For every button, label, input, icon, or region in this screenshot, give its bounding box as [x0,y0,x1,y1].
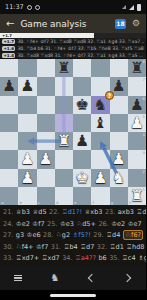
battery-icon [137,4,141,11]
notification-icon-2 [35,5,40,10]
move[interactable]: ♖hd8 [126,243,144,251]
move[interactable]: ♘d5+ [76,220,96,228]
move[interactable]: ♖d7 [80,243,94,251]
square-f1[interactable] [91,187,109,205]
move[interactable]: ♔e2 [16,220,30,228]
square-h8[interactable] [128,59,146,77]
square-d6[interactable] [55,96,73,114]
square-f8[interactable] [91,59,109,77]
move-number: 30. [3,243,13,251]
page-title: Game analysis [20,19,109,29]
square-h5[interactable] [128,114,146,132]
move[interactable]: ♖xd7+ [16,254,39,262]
square-c4[interactable] [37,132,55,150]
square-g1[interactable] [110,187,128,205]
square-c2[interactable] [37,169,55,187]
square-d1[interactable] [55,187,73,205]
square-a4[interactable] [0,132,18,150]
square-b7[interactable] [18,77,36,95]
next-move-button[interactable] [110,266,147,290]
evaluation-bar-white [0,33,94,38]
move[interactable]: ♔e6 [27,231,41,239]
move[interactable]: ♖d8 [136,208,146,216]
move-list: 21.♕b3♕d522.♖d1?!♕xb323.axb3♖d824.♔e2♔f7… [0,205,146,266]
square-b1[interactable] [18,187,36,205]
square-d4[interactable] [55,132,73,150]
square-c6[interactable] [37,96,55,114]
move-list-row: 27.g3♔e628.♘g2♗f5?!29.♖d4♘f6? [3,230,143,242]
move[interactable]: ♘f4+ [16,243,34,251]
square-f2[interactable] [91,169,109,187]
move[interactable]: ♗f5?! [73,231,91,239]
engine-line-2[interactable]: +1.6 30. ♖b4 b6 31. ♘f4+ ♔f7 32. ♖b5 ♖he… [0,45,146,52]
move[interactable]: ♔f7 [32,220,44,228]
gesture-area [0,290,146,300]
move[interactable]: ♕d5 [32,208,46,216]
square-a6[interactable] [0,96,18,114]
square-g2[interactable] [110,169,128,187]
move-number: 35. [109,254,119,262]
square-a7[interactable] [0,77,18,95]
board-menu-button[interactable]: ♞ [37,266,74,290]
engine-eval-badge: +1.4 [2,53,15,58]
move-number: 31. [51,243,61,251]
square-f5[interactable] [91,114,109,132]
menu-button[interactable] [0,266,37,290]
hamburger-icon [14,275,22,282]
app: 11:37 ← Game analysis 18 ⚙ +1.7 +1.7 30.… [0,0,146,300]
mistake-badge: ? [105,91,114,100]
notification-icon-1 [27,5,32,10]
move-number: 32. [97,243,107,251]
evaluation-bar: +1.7 [0,33,146,38]
move-number: 23. [105,208,115,216]
square-c5[interactable] [37,114,55,132]
move[interactable]: axb3 [118,208,134,216]
square-h3[interactable] [128,150,146,168]
square-b5[interactable] [18,114,36,132]
square-h4[interactable] [128,132,146,150]
square-e2[interactable] [73,169,91,187]
square-b2[interactable] [18,169,36,187]
square-d5[interactable] [55,114,73,132]
move-list-row: 30.♘f4+♔f731.♖b4♖d732.♖d1♖hd8 [3,242,143,254]
square-d7[interactable] [55,77,73,95]
engine-line-1[interactable]: +1.7 30. ♘f4+ ♔f7 31. ♖xd8 ♖xd8 32. ♖a1 … [0,38,146,45]
move-list-row: 24.♔e2♔f725.♔e3♘d5+26.♔e2♔e7 [3,219,143,231]
knight-icon: ♞ [50,273,59,283]
square-a1[interactable] [0,187,18,205]
move-number: 27. [3,231,13,239]
square-e5[interactable] [73,114,91,132]
move-number: 29. [93,231,103,239]
engine-eval-badge: +1.6 [2,46,15,51]
engine-eval-badge: +1.7 [2,39,15,44]
square-a2[interactable] [0,169,18,187]
app-bar: ← Game analysis 18 ⚙ [0,14,146,33]
bottom-nav-bar: ♞ [0,266,146,290]
square-c8[interactable] [37,59,55,77]
move[interactable]: ♕xb3 [85,208,103,216]
engine-line-moves: 30. ♖b4 b6 31. ♘f4+ ♔f7 32. ♖b5 ♖he8 33.… [17,46,143,51]
move[interactable]: b6 [98,254,106,262]
square-c3[interactable] [37,150,55,168]
square-e1[interactable] [73,187,91,205]
square-h2[interactable] [128,169,146,187]
move-number: 26. [98,220,108,228]
move[interactable]: ♔e3 [60,220,74,228]
chevron-left-icon [88,274,96,282]
move-number: 34. [62,254,72,262]
move[interactable]: ♖d4 [106,231,120,239]
clock: 11:37 [5,3,24,11]
move[interactable]: ♖d1 [110,243,124,251]
square-g5[interactable] [110,114,128,132]
square-g8[interactable] [110,59,128,77]
square-g3[interactable] [110,150,128,168]
square-d8[interactable] [55,59,73,77]
engine-line-3[interactable]: +1.4 30. ♖xd8 ♖xd8 31. ♘f4+ ♔f7 32. ♖a1 … [0,52,146,59]
move-number: 24. [3,220,13,228]
square-b4[interactable] [18,132,36,150]
current-move[interactable]: ♘f6? [123,230,144,240]
move-number: 22. [49,208,59,216]
move-list-row: 33.♖xd7+♖xd734.♖a4??b635.♖c4♗g4 [3,253,143,265]
engine-lines: +1.7 30. ♘f4+ ♔f7 31. ♖xd8 ♖xd8 32. ♖a1 … [0,38,146,59]
square-f3[interactable] [91,150,109,168]
move-number: 33. [3,254,13,262]
move-number: 28. [43,231,53,239]
move[interactable]: ♔e7 [128,220,142,228]
square-c7[interactable] [37,77,55,95]
back-button[interactable]: ← [6,14,14,33]
square-b6[interactable] [18,96,36,114]
move[interactable]: ♔f7 [36,243,48,251]
square-a8[interactable] [0,59,18,77]
square-g4[interactable] [110,132,128,150]
square-h1[interactable] [128,187,146,205]
move[interactable]: ♘g2 [56,231,70,239]
move[interactable]: ♖xd7 [42,254,60,262]
wifi-icon [122,5,126,9]
square-b8[interactable] [18,59,36,77]
engine-line-moves: 30. ♖xd8 ♖xd8 31. ♘f4+ ♔f7 32. ♖a1 ♗g4 3… [17,53,143,58]
evaluation-label: +1.7 [2,33,12,38]
move[interactable]: ♗g4 [138,254,146,262]
square-e7[interactable] [73,77,91,95]
square-e4[interactable] [73,132,91,150]
move[interactable]: ♖b4 [64,243,78,251]
square-e6[interactable] [73,96,91,114]
square-b3[interactable] [18,150,36,168]
move-number: 21. [3,208,13,216]
move[interactable]: ♔e2 [111,220,125,228]
move[interactable]: ♕b3 [16,208,30,216]
square-f4[interactable] [91,132,109,150]
move-list-row: 21.♕b3♕d522.♖d1?!♕xb323.axb3♖d8 [3,207,143,219]
status-bar: 11:37 [0,0,146,14]
square-h7[interactable] [128,77,146,95]
square-a3[interactable] [0,150,18,168]
square-e3[interactable] [73,150,91,168]
square-a5[interactable] [0,114,18,132]
square-c1[interactable] [37,187,55,205]
signal-icon [129,5,134,10]
square-d3[interactable] [55,150,73,168]
settings-gear-icon[interactable]: ⚙ [132,14,140,33]
square-d2[interactable] [55,169,73,187]
engine-depth-badge[interactable]: 18 [115,19,126,29]
square-e8[interactable] [73,59,91,77]
move[interactable]: ♖a4?? [75,254,96,262]
chevron-right-icon [123,274,131,282]
move-number: 25. [47,220,57,228]
previous-move-button[interactable] [73,266,110,290]
move[interactable]: g3 [16,231,24,239]
engine-line-moves: 30. ♘f4+ ♔f7 31. ♖xd8 ♖xd8 32. ♖a1 ♗g4 3… [17,39,144,44]
move[interactable]: ♖d1?! [62,208,82,216]
chess-board[interactable]: 87654321abcdefgh♜♜♟♟♟♚♞♟♝♟♜♟♟♟♟♟♚♟♞♜? [0,59,146,205]
move[interactable]: ♖c4 [122,254,136,262]
square-h6[interactable] [128,96,146,114]
gesture-handle[interactable] [50,294,96,297]
